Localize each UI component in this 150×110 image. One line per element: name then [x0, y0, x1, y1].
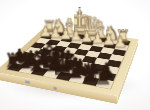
hinge-pin-icon — [54, 86, 57, 90]
chess-set-photo: ♜♞♝♚♛♝♞♜♟♟♟♟♟♟♟♟♟♟♟♟♟♟♟♟♜♞♝♚♛♝♞♜ — [0, 0, 150, 110]
square-a8: ♜ — [96, 79, 113, 89]
piece-black-rook: ♜ — [96, 66, 111, 88]
piece-white-pawn: ♟ — [114, 34, 126, 50]
chess-board-frame: ♜♞♝♚♛♝♞♜♟♟♟♟♟♟♟♟♟♟♟♟♟♟♟♟♜♞♝♚♛♝♞♜ — [0, 27, 139, 96]
latch-icon — [25, 80, 30, 84]
perspective-wrapper: ♜♞♝♚♛♝♞♜♟♟♟♟♟♟♟♟♟♟♟♟♟♟♟♟♜♞♝♚♛♝♞♜ — [0, 0, 150, 110]
square-a2: ♟ — [115, 44, 129, 51]
